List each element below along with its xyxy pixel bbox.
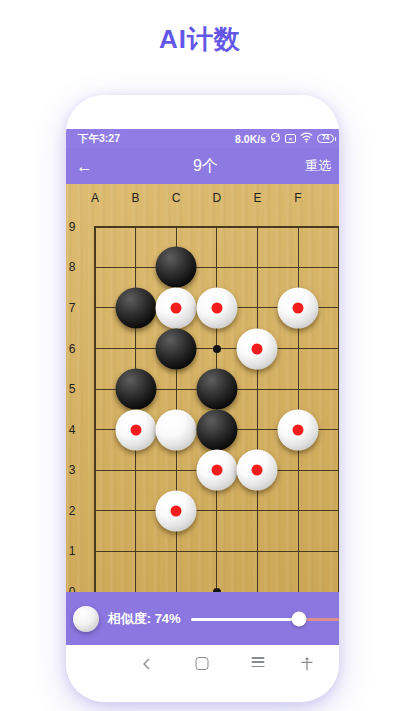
stone-black[interactable] — [196, 369, 237, 410]
stone-white-marked[interactable] — [156, 287, 197, 328]
nav-bar — [66, 645, 339, 702]
stone-white-marked[interactable] — [278, 409, 319, 450]
stone-white-marked[interactable] — [237, 450, 278, 491]
col-label: E — [253, 192, 261, 204]
row-label: 6 — [69, 343, 76, 355]
row-label: 1 — [69, 545, 76, 557]
grid-hline — [94, 267, 339, 268]
stone-white-marked[interactable] — [237, 328, 278, 369]
row-label: 9 — [69, 221, 76, 233]
nav-home-icon[interactable] — [196, 657, 209, 670]
reselect-button[interactable]: 重选 — [305, 157, 331, 175]
nav-back-icon[interactable] — [140, 657, 154, 675]
stone-black[interactable] — [156, 247, 197, 288]
stone-white-marked[interactable] — [196, 287, 237, 328]
red-mark-dot — [293, 424, 304, 435]
battery-icon: 74 — [317, 134, 334, 144]
nav-assistant-icon[interactable] — [300, 657, 314, 675]
status-time: 下午3:27 — [78, 132, 120, 146]
stone-white-marked[interactable] — [278, 287, 319, 328]
star-point — [213, 345, 221, 353]
red-mark-dot — [252, 465, 263, 476]
slider-thumb[interactable] — [292, 612, 307, 627]
row-label: 8 — [69, 261, 76, 273]
wifi-icon — [300, 132, 313, 145]
nav-recents-icon[interactable] — [252, 657, 265, 667]
stone-black[interactable] — [115, 287, 156, 328]
row-label: 7 — [69, 302, 76, 314]
red-mark-dot — [293, 302, 304, 313]
stone-black[interactable] — [156, 328, 197, 369]
grid-vline — [257, 226, 258, 592]
status-bar: 下午3:27 8.0K/s × — [66, 129, 339, 148]
stone-black[interactable] — [196, 409, 237, 450]
phone-top-bezel — [66, 95, 339, 129]
app-bar: ← 9个 重选 — [66, 148, 339, 184]
row-label: 4 — [69, 424, 76, 436]
grid-hline — [94, 551, 339, 552]
similarity-bar: 相似度: 74% — [66, 592, 339, 645]
stone-white[interactable] — [156, 409, 197, 450]
page: AI计数 下午3:27 8.0K/s × — [0, 0, 400, 711]
col-label: A — [91, 192, 99, 204]
no-sim-icon: × — [285, 134, 296, 143]
grid-vline — [94, 226, 96, 592]
red-mark-dot — [211, 465, 222, 476]
stone-white-marked[interactable] — [156, 490, 197, 531]
col-label: C — [172, 192, 181, 204]
row-label: 2 — [69, 505, 76, 517]
stone-white-marked[interactable] — [196, 450, 237, 491]
stone-white-marked[interactable] — [115, 409, 156, 450]
stone-black[interactable] — [115, 369, 156, 410]
red-mark-dot — [171, 505, 182, 516]
red-mark-dot — [130, 424, 141, 435]
col-label: B — [132, 192, 140, 204]
phone-mockup: 下午3:27 8.0K/s × — [66, 95, 339, 702]
back-button[interactable]: ← — [76, 158, 106, 175]
similarity-slider[interactable] — [191, 611, 339, 627]
app-bar-title: 9个 — [106, 156, 305, 177]
go-board[interactable]: ABCDEF9876543210 — [66, 184, 339, 592]
data-sync-icon — [270, 132, 281, 145]
white-stone-icon — [73, 606, 99, 632]
grid-hline — [94, 226, 339, 228]
row-label: 0 — [69, 586, 76, 592]
net-speed: 8.0K/s — [235, 133, 266, 145]
slider-track[interactable] — [191, 618, 339, 621]
page-title: AI计数 — [0, 22, 400, 57]
row-label: 5 — [69, 383, 76, 395]
grid-hline — [94, 510, 339, 511]
col-label: F — [294, 192, 301, 204]
red-mark-dot — [252, 343, 263, 354]
grid-vline — [338, 226, 339, 592]
row-label: 3 — [69, 464, 76, 476]
red-mark-dot — [171, 302, 182, 313]
star-point — [213, 588, 221, 592]
red-mark-dot — [211, 302, 222, 313]
col-label: D — [212, 192, 221, 204]
similarity-label: 相似度: 74% — [108, 610, 181, 628]
